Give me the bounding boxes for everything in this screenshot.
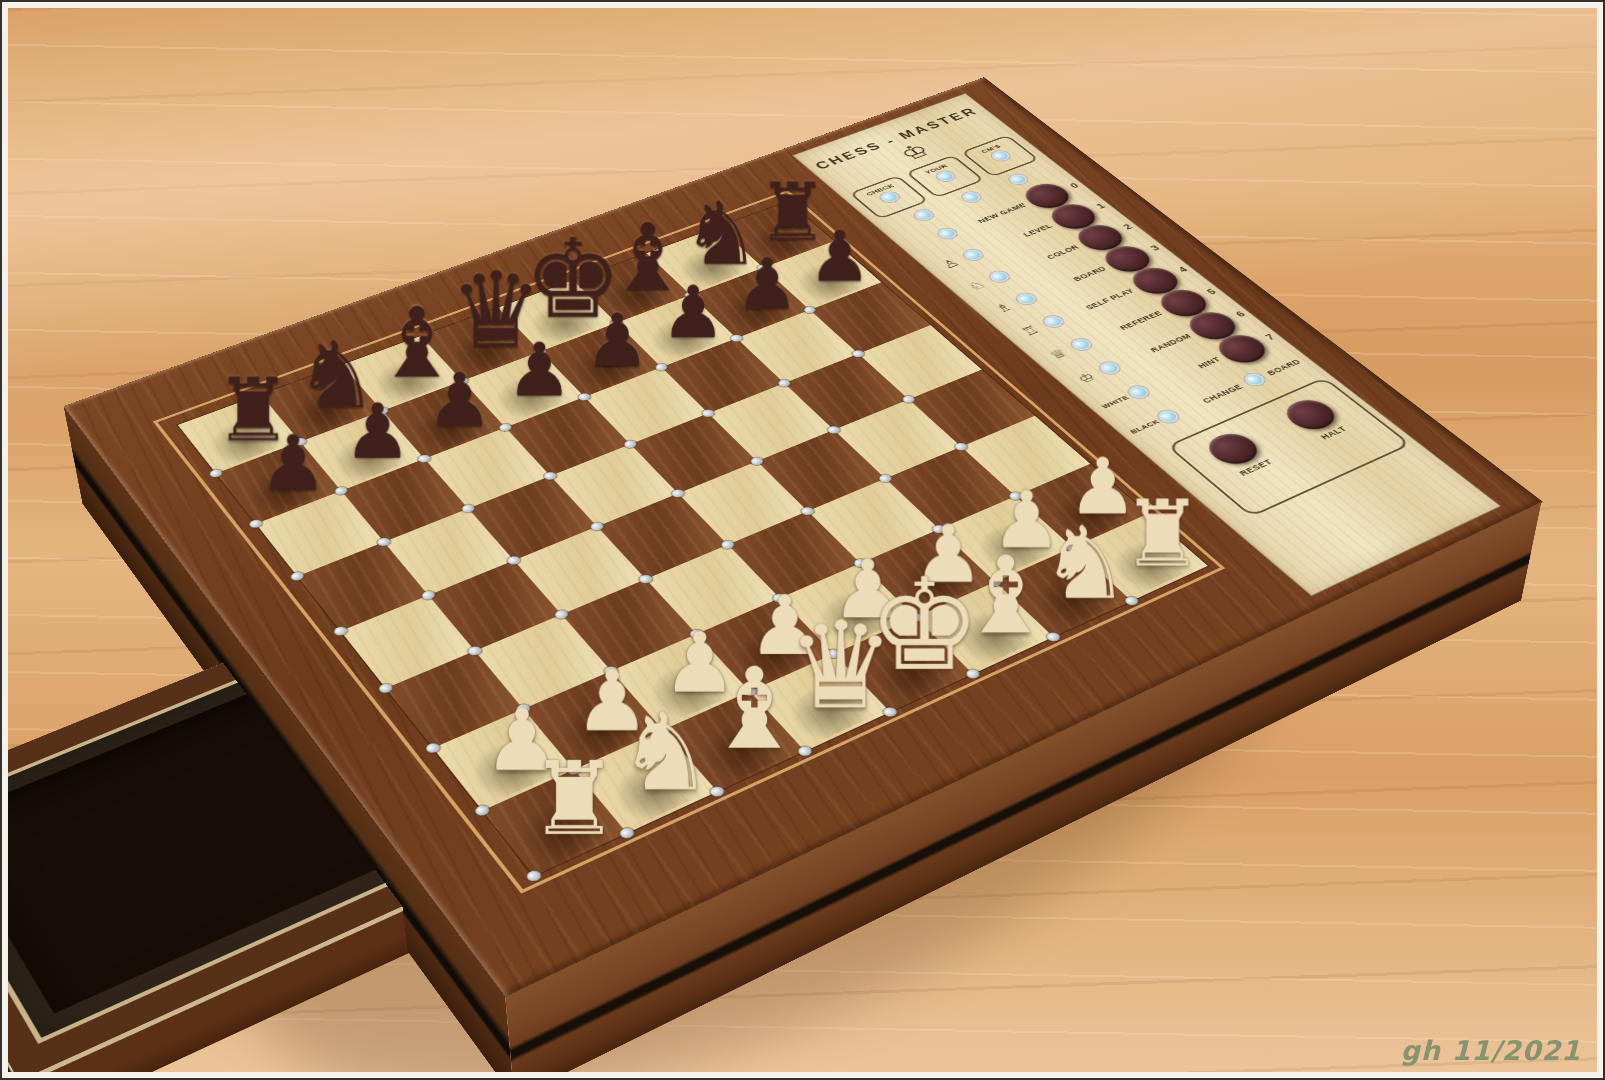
- scene: CHESS - MASTER ♔ CHECK YOUR: [8, 8, 1597, 1072]
- row-symbol: [912, 237, 938, 247]
- row-led-icon: [1099, 362, 1120, 374]
- change-board-label: BOARD: [1265, 358, 1303, 377]
- white-label: WHITE: [1099, 393, 1133, 410]
- row-led-icon: [1043, 316, 1063, 328]
- status-led-icon: [961, 192, 980, 203]
- reset-label: RESET: [1237, 458, 1274, 478]
- table-surface: CHESS - MASTER ♔ CHECK YOUR: [2, 2, 1603, 1078]
- row-led-icon: [1016, 293, 1036, 305]
- pawn-icon: ♙: [931, 254, 970, 274]
- queen-icon: ♕: [1038, 343, 1078, 365]
- black-label: BLACK: [1128, 418, 1162, 435]
- black-led-icon: [1158, 410, 1179, 423]
- halt-control: HALT: [1278, 395, 1356, 444]
- reset-control: RESET: [1200, 428, 1278, 478]
- reset-button[interactable]: [1200, 428, 1267, 469]
- knight-icon: ♘: [957, 275, 996, 296]
- king-icon: ♔: [1066, 367, 1107, 390]
- change-label: CHANGE: [1200, 383, 1244, 405]
- white-led-icon: [1128, 386, 1149, 399]
- row-led-icon: [1071, 338, 1092, 350]
- your-move-led-icon: [936, 171, 955, 181]
- status-led-icon: [1008, 174, 1027, 185]
- row-led-icon: [963, 249, 983, 260]
- rook-icon: ♖: [1011, 320, 1051, 342]
- status-led-icon: [914, 210, 933, 221]
- row-led-icon: [990, 271, 1010, 282]
- photo-credit: gh 11/2021: [1400, 1035, 1581, 1066]
- row-led-icon: [938, 228, 957, 239]
- check-led-icon: [880, 192, 899, 203]
- cms-move-led-icon: [991, 151, 1010, 161]
- bishop-icon: ♗: [984, 297, 1023, 318]
- change-board-led-icon: [1244, 373, 1265, 386]
